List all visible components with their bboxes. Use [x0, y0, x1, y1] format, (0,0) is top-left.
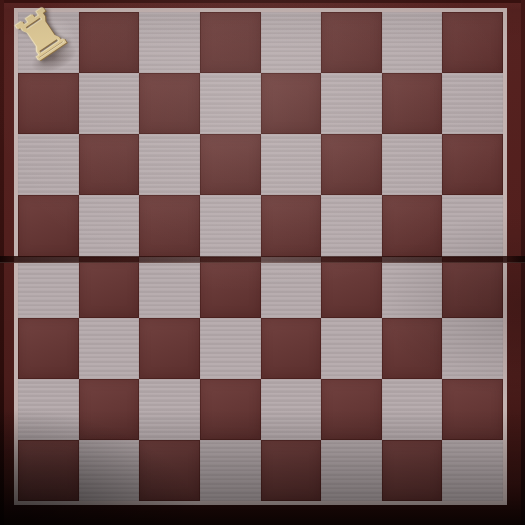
square-h7[interactable] [442, 73, 503, 134]
square-g4[interactable] [382, 257, 443, 318]
square-h1[interactable] [442, 440, 503, 501]
square-e8[interactable] [261, 12, 322, 73]
square-h4[interactable] [442, 257, 503, 318]
square-b5[interactable] [79, 195, 140, 256]
square-g1[interactable] [382, 440, 443, 501]
square-g2[interactable] [382, 379, 443, 440]
square-a3[interactable] [18, 318, 79, 379]
square-h3[interactable] [442, 318, 503, 379]
square-b3[interactable] [79, 318, 140, 379]
square-a5[interactable] [18, 195, 79, 256]
square-b4[interactable] [79, 257, 140, 318]
square-b6[interactable] [79, 134, 140, 195]
square-e6[interactable] [261, 134, 322, 195]
square-g5[interactable] [382, 195, 443, 256]
square-d6[interactable] [200, 134, 261, 195]
square-f6[interactable] [321, 134, 382, 195]
square-d7[interactable] [200, 73, 261, 134]
square-b2[interactable] [79, 379, 140, 440]
square-h5[interactable] [442, 195, 503, 256]
square-c1[interactable] [139, 440, 200, 501]
square-a2[interactable] [18, 379, 79, 440]
square-c4[interactable] [139, 257, 200, 318]
square-f8[interactable] [321, 12, 382, 73]
square-c2[interactable] [139, 379, 200, 440]
board-photo: ♜ [0, 0, 525, 525]
square-c3[interactable] [139, 318, 200, 379]
square-c5[interactable] [139, 195, 200, 256]
square-d4[interactable] [200, 257, 261, 318]
square-f7[interactable] [321, 73, 382, 134]
square-c6[interactable] [139, 134, 200, 195]
square-e5[interactable] [261, 195, 322, 256]
square-a1[interactable] [18, 440, 79, 501]
square-g7[interactable] [382, 73, 443, 134]
square-b8[interactable] [79, 12, 140, 73]
square-e2[interactable] [261, 379, 322, 440]
square-d1[interactable] [200, 440, 261, 501]
square-d2[interactable] [200, 379, 261, 440]
square-e3[interactable] [261, 318, 322, 379]
square-c7[interactable] [139, 73, 200, 134]
square-e4[interactable] [261, 257, 322, 318]
square-f1[interactable] [321, 440, 382, 501]
square-f4[interactable] [321, 257, 382, 318]
square-d8[interactable] [200, 12, 261, 73]
square-a6[interactable] [18, 134, 79, 195]
square-a7[interactable] [18, 73, 79, 134]
square-a4[interactable] [18, 257, 79, 318]
square-c8[interactable] [139, 12, 200, 73]
square-g3[interactable] [382, 318, 443, 379]
square-f3[interactable] [321, 318, 382, 379]
board-fold-seam [0, 256, 525, 263]
frame-top-edge [0, 0, 525, 3]
square-b1[interactable] [79, 440, 140, 501]
square-g8[interactable] [382, 12, 443, 73]
square-f2[interactable] [321, 379, 382, 440]
square-g6[interactable] [382, 134, 443, 195]
square-b7[interactable] [79, 73, 140, 134]
square-h2[interactable] [442, 379, 503, 440]
square-e1[interactable] [261, 440, 322, 501]
square-d5[interactable] [200, 195, 261, 256]
square-e7[interactable] [261, 73, 322, 134]
square-a8[interactable]: ♜ [18, 12, 79, 73]
square-h8[interactable] [442, 12, 503, 73]
square-h6[interactable] [442, 134, 503, 195]
square-f5[interactable] [321, 195, 382, 256]
square-d3[interactable] [200, 318, 261, 379]
